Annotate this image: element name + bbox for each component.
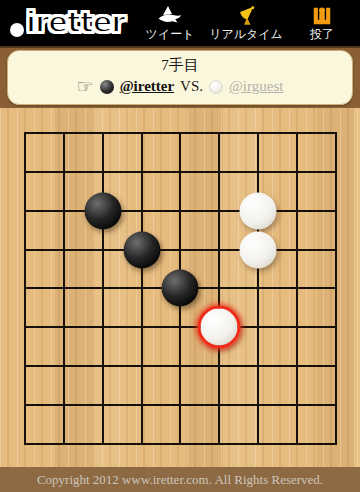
black-stone-D6: [123, 231, 160, 268]
grid-line-h: [24, 404, 337, 406]
goban[interactable]: [24, 132, 337, 445]
grid-line-v: [257, 132, 259, 445]
white-player-handle[interactable]: @irguest: [229, 78, 283, 95]
grid-line-v: [335, 132, 337, 445]
grid-line-v: [218, 132, 220, 445]
logo-text: iretter: [26, 2, 125, 42]
white-stone-G7: [240, 192, 277, 229]
menu-label-tweet: ツイート: [146, 27, 195, 41]
status-panel: 7手目 ☞ @iretter VS. @irguest: [7, 50, 353, 105]
menu-item-tweet[interactable]: ツイート: [132, 0, 208, 46]
white-stone-G6: [240, 231, 277, 268]
header-menu: ツイート リアルタイム: [132, 0, 360, 46]
black-stone-E5: [162, 270, 199, 307]
logo-dot-icon: [12, 25, 22, 35]
grid-line-h: [24, 326, 337, 328]
black-player-handle[interactable]: @iretter: [120, 78, 174, 95]
grid-line-h: [24, 443, 337, 445]
copyright-text: Copyright 2012 www.iretter.com. All Righ…: [37, 472, 323, 488]
surrender-icon: [311, 5, 333, 27]
grid-line-v: [296, 132, 298, 445]
vs-label: VS.: [180, 78, 203, 95]
move-number-title: 7手目: [8, 56, 352, 75]
white-stone-icon: [209, 80, 223, 94]
satellite-icon: [235, 5, 257, 27]
app-page: iretter ツイート: [0, 0, 360, 492]
menu-item-resign[interactable]: 投了: [284, 0, 360, 46]
grid-line-h: [24, 365, 337, 367]
footer-bar: Copyright 2012 www.iretter.com. All Righ…: [0, 467, 360, 492]
menu-item-realtime[interactable]: リアルタイム: [208, 0, 284, 46]
dove-icon: [157, 5, 183, 27]
header-bar: iretter ツイート: [0, 0, 360, 46]
menu-label-resign: 投了: [310, 27, 334, 41]
menu-label-realtime: リアルタイム: [209, 27, 283, 41]
last-move-white-stone-F4: [198, 306, 241, 349]
black-stone-C7: [84, 192, 121, 229]
iretter-logo[interactable]: iretter: [10, 2, 125, 42]
turn-pointer-icon: ☞: [77, 80, 94, 94]
players-row: ☞ @iretter VS. @irguest: [8, 78, 352, 95]
black-stone-icon: [100, 80, 114, 94]
